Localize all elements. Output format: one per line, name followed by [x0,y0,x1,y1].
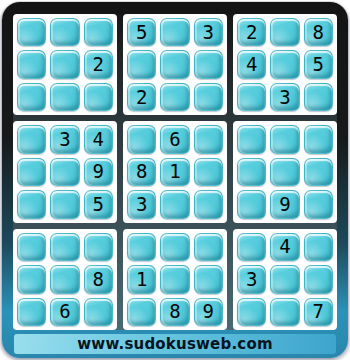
cell-r8c9[interactable] [304,265,333,293]
cell-digit: 5 [93,195,104,214]
sudoku-frame: 25322845334956813986189437 www.sudokuswe… [2,2,348,358]
cell-r4c4[interactable] [127,125,156,153]
cell-r4c5[interactable]: 6 [160,125,189,153]
cell-r7c4[interactable] [127,233,156,261]
cell-r7c6[interactable] [194,233,223,261]
box-r1c3: 28453 [233,14,337,115]
cell-digit: 8 [136,162,147,181]
cell-r7c5[interactable] [160,233,189,261]
cell-r7c1[interactable] [17,233,46,261]
cell-r4c7[interactable] [237,125,266,153]
cell-r8c3[interactable]: 8 [84,265,113,293]
cell-digit: 9 [93,162,104,181]
cell-r2c7[interactable]: 4 [237,50,266,78]
cell-r7c9[interactable] [304,233,333,261]
cell-r1c3[interactable] [84,18,113,46]
cell-r5c1[interactable] [17,158,46,186]
cell-digit: 3 [279,88,290,107]
cell-r5c2[interactable] [50,158,79,186]
cell-r2c6[interactable] [194,50,223,78]
cell-r9c9[interactable]: 7 [304,298,333,326]
box-r2c2: 6813 [123,121,227,222]
cell-digit: 6 [59,302,70,321]
box-r3c3: 437 [233,229,337,330]
cell-r8c8[interactable] [270,265,299,293]
cell-r1c5[interactable] [160,18,189,46]
cell-r9c1[interactable] [17,298,46,326]
cell-digit: 5 [313,55,324,74]
cell-r9c8[interactable] [270,298,299,326]
cell-r6c4[interactable]: 3 [127,190,156,218]
cell-r4c3[interactable]: 4 [84,125,113,153]
cell-r7c7[interactable] [237,233,266,261]
cell-r8c4[interactable]: 1 [127,265,156,293]
cell-r4c9[interactable] [304,125,333,153]
cell-r2c3[interactable]: 2 [84,50,113,78]
cell-r4c2[interactable]: 3 [50,125,79,153]
cell-r8c7[interactable]: 3 [237,265,266,293]
cell-r7c3[interactable] [84,233,113,261]
cell-r3c6[interactable] [194,83,223,111]
cell-r8c5[interactable] [160,265,189,293]
cell-digit: 8 [93,270,104,289]
cell-r3c3[interactable] [84,83,113,111]
cell-r9c7[interactable] [237,298,266,326]
cell-r5c5[interactable]: 1 [160,158,189,186]
cell-r9c4[interactable] [127,298,156,326]
cell-r3c4[interactable]: 2 [127,83,156,111]
cell-r6c1[interactable] [17,190,46,218]
cell-digit: 4 [279,237,290,256]
cell-r4c1[interactable] [17,125,46,153]
cell-r6c7[interactable] [237,190,266,218]
cell-r9c2[interactable]: 6 [50,298,79,326]
cell-digit: 8 [169,302,180,321]
cell-r3c5[interactable] [160,83,189,111]
cell-digit: 3 [203,23,214,42]
cell-digit: 3 [246,270,257,289]
cell-r1c7[interactable]: 2 [237,18,266,46]
cell-digit: 6 [169,130,180,149]
cell-digit: 2 [246,23,257,42]
box-r1c1: 2 [13,14,117,115]
cell-r3c8[interactable]: 3 [270,83,299,111]
cell-r8c1[interactable] [17,265,46,293]
cell-r2c1[interactable] [17,50,46,78]
cell-r5c8[interactable] [270,158,299,186]
cell-digit: 2 [93,55,104,74]
cell-r6c3[interactable]: 5 [84,190,113,218]
cell-r6c5[interactable] [160,190,189,218]
cell-digit: 3 [136,195,147,214]
cell-digit: 7 [313,302,324,321]
cell-r9c6[interactable]: 9 [194,298,223,326]
cell-r3c2[interactable] [50,83,79,111]
cell-r1c2[interactable] [50,18,79,46]
box-r1c2: 532 [123,14,227,115]
cell-r2c9[interactable]: 5 [304,50,333,78]
cell-digit: 4 [246,55,257,74]
cell-r9c5[interactable]: 8 [160,298,189,326]
cell-r5c4[interactable]: 8 [127,158,156,186]
cell-digit: 4 [93,130,104,149]
cell-r5c9[interactable] [304,158,333,186]
cell-r5c7[interactable] [237,158,266,186]
cell-r1c6[interactable]: 3 [194,18,223,46]
box-r2c1: 3495 [13,121,117,222]
cell-r4c6[interactable] [194,125,223,153]
cell-r2c4[interactable] [127,50,156,78]
site-url: www.sudokusweb.com [77,335,272,353]
box-r3c2: 189 [123,229,227,330]
cell-digit: 1 [169,162,180,181]
cell-r7c8[interactable]: 4 [270,233,299,261]
cell-r8c6[interactable] [194,265,223,293]
footer-band: www.sudokusweb.com [14,334,336,354]
cell-digit: 2 [136,88,147,107]
cell-r4c8[interactable] [270,125,299,153]
cell-digit: 1 [136,270,147,289]
box-r2c3: 9 [233,121,337,222]
cell-r6c2[interactable] [50,190,79,218]
cell-digit: 9 [279,195,290,214]
cell-r1c8[interactable] [270,18,299,46]
cell-r5c6[interactable] [194,158,223,186]
cell-r3c7[interactable] [237,83,266,111]
cell-r3c1[interactable] [17,83,46,111]
box-r3c1: 86 [13,229,117,330]
cell-r2c8[interactable] [270,50,299,78]
cell-r1c4[interactable]: 5 [127,18,156,46]
cell-r1c1[interactable] [17,18,46,46]
cell-r8c2[interactable] [50,265,79,293]
cell-digit: 9 [203,302,214,321]
cell-r6c6[interactable] [194,190,223,218]
cell-r7c2[interactable] [50,233,79,261]
cell-r2c2[interactable] [50,50,79,78]
cell-r6c9[interactable] [304,190,333,218]
cell-r9c3[interactable] [84,298,113,326]
cell-r2c5[interactable] [160,50,189,78]
cell-digit: 5 [136,23,147,42]
cell-digit: 3 [59,130,70,149]
sudoku-board: 25322845334956813986189437 [13,14,337,330]
cell-r3c9[interactable] [304,83,333,111]
cell-r1c9[interactable]: 8 [304,18,333,46]
cell-digit: 8 [313,23,324,42]
cell-r6c8[interactable]: 9 [270,190,299,218]
cell-r5c3[interactable]: 9 [84,158,113,186]
